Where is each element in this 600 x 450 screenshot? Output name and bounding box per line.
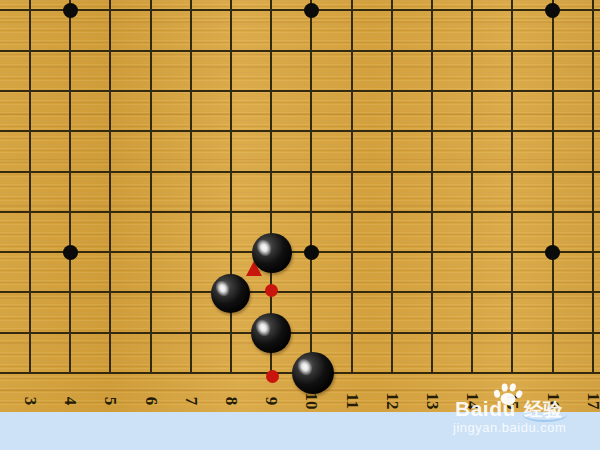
column-label: 5 (88, 379, 132, 423)
star-point (304, 3, 319, 18)
column-label: 4 (48, 379, 92, 423)
grid-line-horizontal (0, 171, 600, 173)
grid-line-vertical (150, 0, 152, 374)
grid-line-vertical (511, 0, 513, 374)
column-label: 12 (370, 379, 414, 423)
grid-line-vertical (351, 0, 353, 374)
column-label: 3 (8, 379, 52, 423)
black-stone (252, 233, 292, 273)
black-stone (211, 274, 250, 313)
grid-line-vertical (391, 0, 393, 374)
grid-line-vertical (29, 0, 31, 374)
grid-line-vertical (552, 0, 554, 374)
black-stone (251, 313, 291, 353)
star-point (545, 245, 560, 260)
column-label: 9 (249, 379, 293, 423)
star-point (63, 3, 78, 18)
grid-line-vertical (109, 0, 111, 374)
grid-line-horizontal (0, 332, 600, 334)
grid-line-horizontal (0, 90, 600, 92)
grid-line-vertical (310, 0, 312, 374)
baidu-paw-icon (493, 382, 523, 408)
column-label: 11 (330, 379, 374, 423)
go-board-screenshot: 34567891011121314151617 Baidu 经验 jingyan… (0, 0, 600, 450)
grid-line-vertical (471, 0, 473, 374)
grid-line-vertical (431, 0, 433, 374)
grid-line-horizontal (0, 211, 600, 213)
star-point (545, 3, 560, 18)
grid-line-vertical (230, 0, 232, 374)
column-label: 13 (410, 379, 454, 423)
grid-line-horizontal (0, 130, 600, 132)
star-point (304, 245, 319, 260)
column-label: 8 (209, 379, 253, 423)
star-point (63, 245, 78, 260)
watermark-url: jingyan.baidu.com (453, 421, 566, 435)
baidu-jingyan-watermark: Baidu 经验 jingyan.baidu.com (452, 383, 592, 439)
grid-line-horizontal (0, 9, 600, 11)
grid-line-vertical (592, 0, 594, 374)
column-label: 7 (169, 379, 213, 423)
grid-line-horizontal (0, 291, 600, 293)
grid-line-horizontal (0, 50, 600, 52)
grid-line-horizontal (0, 251, 600, 253)
grid-line-vertical (69, 0, 71, 374)
red-dot-marker (265, 284, 278, 297)
red-dot-marker (266, 370, 279, 383)
grid-line-vertical (190, 0, 192, 374)
column-label: 6 (129, 379, 173, 423)
